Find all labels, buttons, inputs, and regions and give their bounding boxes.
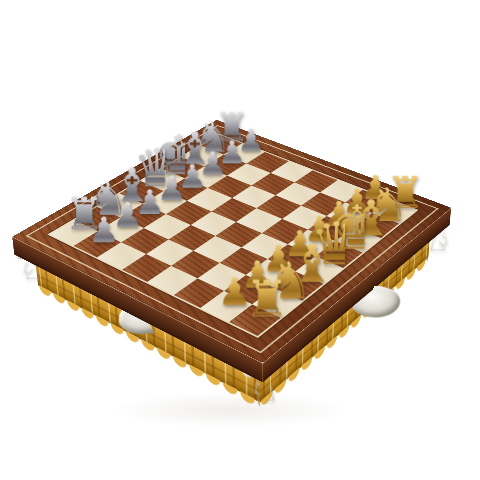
chessboard: ♜♞♝♛♚♝♞♜♟♟♟♟♟♟♟♟♟♟♟♟♟♟♟♟♜♞♝♛♚♝♞♜ xyxy=(12,120,451,363)
chess-set: ♜♞♝♛♚♝♞♜♟♟♟♟♟♟♟♟♟♟♟♟♟♟♟♟♜♞♝♛♚♝♞♜ ♘ ♘ ♘ xyxy=(12,120,451,363)
piece-gold-rook: ♜ xyxy=(244,274,281,324)
photo-canvas: ♜♞♝♛♚♝♞♜♟♟♟♟♟♟♟♟♟♟♟♟♟♟♟♟♜♞♝♛♚♝♞♜ ♘ ♘ ♘ xyxy=(0,0,480,480)
piece-silver-pawn: ♟ xyxy=(87,212,121,247)
scene: ♜♞♝♛♚♝♞♜♟♟♟♟♟♟♟♟♟♟♟♟♟♟♟♟♜♞♝♛♚♝♞♜ ♘ ♘ ♘ xyxy=(0,0,480,480)
